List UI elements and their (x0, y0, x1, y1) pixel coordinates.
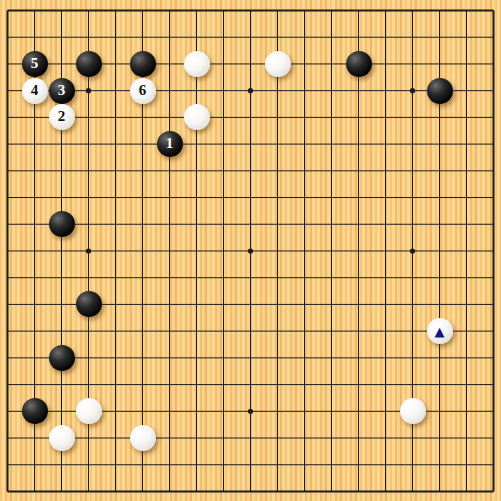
stone-black-D8[interactable] (76, 291, 102, 317)
stone-white-D4[interactable] (76, 398, 102, 424)
stone-white-F16[interactable]: 6 (130, 78, 156, 104)
move-number-label: 5 (31, 56, 39, 72)
stone-white-H17[interactable] (184, 51, 210, 77)
stone-black-C6[interactable] (49, 345, 75, 371)
move-number-label: 4 (31, 83, 39, 99)
stone-white-L17[interactable] (265, 51, 291, 77)
stone-white-C3[interactable] (49, 425, 75, 451)
stone-black-C11[interactable] (49, 211, 75, 237)
stone-black-B17[interactable]: 5 (22, 51, 48, 77)
stone-black-O17[interactable] (346, 51, 372, 77)
stone-black-B4[interactable] (22, 398, 48, 424)
stone-black-G14[interactable]: 1 (157, 131, 183, 157)
stone-white-B16[interactable]: 4 (22, 78, 48, 104)
triangle-marker-icon: ▲ (435, 325, 445, 338)
go-board[interactable]: 543621▲ (0, 0, 501, 501)
board-grid[interactable]: 543621▲ (0, 0, 501, 501)
stone-black-R16[interactable] (427, 78, 453, 104)
stone-white-C15[interactable]: 2 (49, 104, 75, 130)
stone-black-F17[interactable] (130, 51, 156, 77)
stone-white-R7[interactable]: ▲ (427, 318, 453, 344)
move-number-label: 3 (58, 83, 66, 99)
stone-white-Q4[interactable] (400, 398, 426, 424)
move-number-label: 1 (166, 136, 174, 152)
move-number-label: 2 (58, 109, 66, 125)
stone-white-F3[interactable] (130, 425, 156, 451)
stone-white-H15[interactable] (184, 104, 210, 130)
stone-black-C16[interactable]: 3 (49, 78, 75, 104)
move-number-label: 6 (139, 83, 147, 99)
stone-black-D17[interactable] (76, 51, 102, 77)
